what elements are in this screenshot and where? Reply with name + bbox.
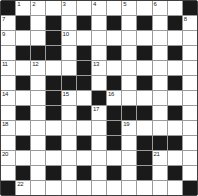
grid-cell-r12c5[interactable] bbox=[77, 181, 91, 195]
grid-cell-r2c6[interactable] bbox=[92, 31, 106, 45]
grid-cell-r2c5[interactable] bbox=[77, 31, 91, 45]
blocked-cell-r7c7 bbox=[107, 106, 121, 120]
grid-cell-r12c11[interactable] bbox=[168, 181, 182, 195]
grid-cell-r5c6[interactable] bbox=[92, 76, 106, 90]
grid-cell-r3c0[interactable] bbox=[1, 46, 15, 60]
grid-cell-r1c4[interactable] bbox=[62, 16, 76, 30]
blocked-cell-r3c2 bbox=[31, 46, 45, 60]
clue-number-21: 21 bbox=[154, 151, 160, 158]
blocked-cell-r8c7 bbox=[107, 121, 121, 135]
blocked-cell-r0c12 bbox=[183, 1, 197, 15]
clue-number-17: 17 bbox=[93, 106, 99, 113]
grid-cell-r8c1[interactable] bbox=[16, 121, 30, 135]
grid-cell-r8c8[interactable]: 19 bbox=[122, 121, 136, 135]
blocked-cell-r3c1 bbox=[16, 46, 30, 60]
grid-cell-r8c0[interactable]: 18 bbox=[1, 121, 15, 135]
blocked-cell-r1c3 bbox=[46, 16, 60, 30]
clue-number-8: 8 bbox=[184, 16, 187, 23]
grid-cell-r7c10[interactable] bbox=[153, 106, 167, 120]
grid-cell-r4c8[interactable] bbox=[122, 61, 136, 75]
grid-cell-r8c4[interactable] bbox=[62, 121, 76, 135]
blocked-cell-r9c11 bbox=[168, 136, 182, 150]
grid-cell-r11c12[interactable] bbox=[183, 166, 197, 180]
blocked-cell-r11c7 bbox=[107, 166, 121, 180]
blocked-cell-r1c5 bbox=[77, 16, 91, 30]
blocked-cell-r3c11 bbox=[168, 46, 182, 60]
grid-cell-r8c6[interactable] bbox=[92, 121, 106, 135]
blocked-cell-r5c4 bbox=[62, 76, 76, 90]
grid-cell-r6c2[interactable] bbox=[31, 91, 45, 105]
grid-cell-r7c2[interactable] bbox=[31, 106, 45, 120]
grid-cell-r12c9[interactable] bbox=[137, 181, 151, 195]
grid-cell-r10c10[interactable]: 21 bbox=[153, 151, 167, 165]
blocked-cell-r12c12 bbox=[183, 181, 197, 195]
blocked-cell-r5c9 bbox=[137, 76, 151, 90]
grid-cell-r2c10[interactable] bbox=[153, 31, 167, 45]
grid-cell-r5c12[interactable] bbox=[183, 76, 197, 90]
grid-cell-r8c3[interactable] bbox=[46, 121, 60, 135]
blocked-cell-r1c1 bbox=[16, 16, 30, 30]
grid-cell-r9c0[interactable] bbox=[1, 136, 15, 150]
blocked-cell-r1c11 bbox=[168, 16, 182, 30]
blocked-cell-r7c3 bbox=[46, 106, 60, 120]
grid-cell-r10c4[interactable] bbox=[62, 151, 76, 165]
clue-number-9: 9 bbox=[2, 31, 5, 38]
grid-cell-r10c8[interactable] bbox=[122, 151, 136, 165]
grid-cell-r6c11[interactable] bbox=[168, 91, 182, 105]
grid-cell-r0c7[interactable] bbox=[107, 1, 121, 15]
grid-cell-r9c12[interactable] bbox=[183, 136, 197, 150]
clue-number-20: 20 bbox=[2, 151, 8, 158]
clue-number-16: 16 bbox=[108, 91, 114, 98]
clue-number-2: 2 bbox=[32, 1, 35, 8]
blocked-cell-r7c11 bbox=[168, 106, 182, 120]
grid-cell-r0c9[interactable] bbox=[137, 1, 151, 15]
blocked-cell-r7c9 bbox=[137, 106, 151, 120]
grid-cell-r4c10[interactable] bbox=[153, 61, 167, 75]
clue-number-4: 4 bbox=[93, 1, 96, 8]
grid-cell-r0c5[interactable] bbox=[77, 1, 91, 15]
grid-cell-r7c4[interactable] bbox=[62, 106, 76, 120]
grid-cell-r2c11[interactable] bbox=[168, 31, 182, 45]
grid-cell-r3c8[interactable] bbox=[122, 46, 136, 60]
crossword-grid: 12345678910111213141516171819202122 bbox=[0, 0, 198, 196]
grid-cell-r6c8[interactable] bbox=[122, 91, 136, 105]
blocked-cell-r1c9 bbox=[137, 16, 151, 30]
blocked-cell-r5c3 bbox=[46, 76, 60, 90]
blocked-cell-r5c5 bbox=[77, 76, 91, 90]
grid-cell-r6c7[interactable]: 16 bbox=[107, 91, 121, 105]
grid-cell-r5c8[interactable] bbox=[122, 76, 136, 90]
grid-cell-r3c6[interactable] bbox=[92, 46, 106, 60]
grid-cell-r10c2[interactable] bbox=[31, 151, 45, 165]
grid-cell-r5c10[interactable] bbox=[153, 76, 167, 90]
clue-number-15: 15 bbox=[63, 91, 69, 98]
blocked-cell-r7c5 bbox=[77, 106, 91, 120]
blocked-cell-r5c1 bbox=[16, 76, 30, 90]
grid-cell-r0c1[interactable]: 1 bbox=[16, 1, 30, 15]
grid-cell-r1c12[interactable]: 8 bbox=[183, 16, 197, 30]
grid-cell-r9c8[interactable] bbox=[122, 136, 136, 150]
grid-cell-r0c4[interactable]: 3 bbox=[62, 1, 76, 15]
clue-number-11: 11 bbox=[2, 61, 8, 68]
clue-number-6: 6 bbox=[154, 1, 157, 8]
blocked-cell-r9c9 bbox=[137, 136, 151, 150]
blocked-cell-r6c6 bbox=[92, 91, 106, 105]
blocked-cell-r10c9 bbox=[137, 151, 151, 165]
grid-cell-r9c4[interactable] bbox=[62, 136, 76, 150]
grid-cell-r8c5[interactable] bbox=[77, 121, 91, 135]
clue-number-5: 5 bbox=[123, 1, 126, 8]
grid-cell-r10c0[interactable]: 20 bbox=[1, 151, 15, 165]
grid-cell-r4c11[interactable] bbox=[168, 61, 182, 75]
grid-cell-r6c10[interactable] bbox=[153, 91, 167, 105]
grid-cell-r4c12[interactable] bbox=[183, 61, 197, 75]
grid-cell-r9c6[interactable] bbox=[92, 136, 106, 150]
blocked-cell-r2c3 bbox=[46, 31, 60, 45]
blocked-cell-r3c7 bbox=[107, 46, 121, 60]
grid-cell-r7c6[interactable]: 17 bbox=[92, 106, 106, 120]
grid-cell-r4c4[interactable] bbox=[62, 61, 76, 75]
grid-cell-r11c4[interactable] bbox=[62, 166, 76, 180]
grid-cell-r3c12[interactable] bbox=[183, 46, 197, 60]
grid-cell-r3c4[interactable] bbox=[62, 46, 76, 60]
grid-cell-r11c6[interactable] bbox=[92, 166, 106, 180]
grid-cell-r6c0[interactable]: 14 bbox=[1, 91, 15, 105]
grid-cell-r1c0[interactable]: 7 bbox=[1, 16, 15, 30]
grid-cell-r8c10[interactable] bbox=[153, 121, 167, 135]
blocked-cell-r1c7 bbox=[107, 16, 121, 30]
grid-cell-r6c12[interactable] bbox=[183, 91, 197, 105]
clue-number-14: 14 bbox=[2, 91, 8, 98]
blocked-cell-r11c9 bbox=[137, 166, 151, 180]
grid-cell-r11c2[interactable] bbox=[31, 166, 45, 180]
grid-cell-r1c10[interactable] bbox=[153, 16, 167, 30]
blocked-cell-r7c8 bbox=[122, 106, 136, 120]
grid-cell-r12c4[interactable] bbox=[62, 181, 76, 195]
grid-cell-r6c1[interactable] bbox=[16, 91, 30, 105]
grid-cell-r0c11[interactable] bbox=[168, 1, 182, 15]
grid-cell-r3c10[interactable] bbox=[153, 46, 167, 60]
grid-cell-r4c1[interactable] bbox=[16, 61, 30, 75]
grid-cell-r12c6[interactable] bbox=[92, 181, 106, 195]
grid-cell-r1c2[interactable] bbox=[31, 16, 45, 30]
grid-cell-r9c2[interactable] bbox=[31, 136, 45, 150]
grid-cell-r2c7[interactable] bbox=[107, 31, 121, 45]
grid-cell-r11c10[interactable] bbox=[153, 166, 167, 180]
blocked-cell-r11c1 bbox=[16, 166, 30, 180]
grid-cell-r12c1[interactable]: 22 bbox=[16, 181, 30, 195]
grid-cell-r7c0[interactable] bbox=[1, 106, 15, 120]
grid-cell-r0c2[interactable]: 2 bbox=[31, 1, 45, 15]
grid-cell-r4c3[interactable] bbox=[46, 61, 60, 75]
grid-cell-r0c8[interactable]: 5 bbox=[122, 1, 136, 15]
grid-cell-r0c10[interactable]: 6 bbox=[153, 1, 167, 15]
grid-cell-r2c4[interactable]: 10 bbox=[62, 31, 76, 45]
grid-cell-r2c0[interactable]: 9 bbox=[1, 31, 15, 45]
grid-cell-r2c1[interactable] bbox=[16, 31, 30, 45]
blocked-cell-r9c10 bbox=[153, 136, 167, 150]
grid-cell-r12c7[interactable] bbox=[107, 181, 121, 195]
grid-cell-r11c8[interactable] bbox=[122, 166, 136, 180]
grid-cell-r12c2[interactable] bbox=[31, 181, 45, 195]
blocked-cell-r7c1 bbox=[16, 106, 30, 120]
grid-cell-r0c3[interactable] bbox=[46, 1, 60, 15]
clue-number-12: 12 bbox=[32, 61, 38, 68]
grid-cell-r11c0[interactable] bbox=[1, 166, 15, 180]
blocked-cell-r11c3 bbox=[46, 166, 60, 180]
grid-cell-r10c6[interactable] bbox=[92, 151, 106, 165]
blocked-cell-r9c1 bbox=[16, 136, 30, 150]
grid-cell-r6c5[interactable] bbox=[77, 91, 91, 105]
grid-cell-r10c5[interactable] bbox=[77, 151, 91, 165]
grid-cell-r7c12[interactable] bbox=[183, 106, 197, 120]
blocked-cell-r5c11 bbox=[168, 76, 182, 90]
grid-cell-r1c6[interactable] bbox=[92, 16, 106, 30]
grid-cell-r4c7[interactable] bbox=[107, 61, 121, 75]
clue-number-1: 1 bbox=[17, 1, 20, 8]
clue-number-19: 19 bbox=[123, 121, 129, 128]
blocked-cell-r4c5 bbox=[77, 61, 91, 75]
grid-cell-r10c3[interactable] bbox=[46, 151, 60, 165]
blocked-cell-r11c11 bbox=[168, 166, 182, 180]
clue-number-22: 22 bbox=[17, 181, 23, 188]
grid-cell-r5c2[interactable] bbox=[31, 76, 45, 90]
blocked-cell-r6c3 bbox=[46, 91, 60, 105]
grid-cell-r12c8[interactable] bbox=[122, 181, 136, 195]
grid-cell-r12c10[interactable] bbox=[153, 181, 167, 195]
grid-cell-r4c2[interactable]: 12 bbox=[31, 61, 45, 75]
blocked-cell-r9c5 bbox=[77, 136, 91, 150]
clue-number-7: 7 bbox=[2, 16, 5, 23]
grid-cell-r5c0[interactable] bbox=[1, 76, 15, 90]
grid-cell-r2c2[interactable] bbox=[31, 31, 45, 45]
grid-cell-r6c9[interactable] bbox=[137, 91, 151, 105]
grid-cell-r10c12[interactable] bbox=[183, 151, 197, 165]
clue-number-10: 10 bbox=[63, 31, 69, 38]
grid-cell-r8c12[interactable] bbox=[183, 121, 197, 135]
blocked-cell-r3c3 bbox=[46, 46, 60, 60]
grid-cell-r10c11[interactable] bbox=[168, 151, 182, 165]
clue-number-18: 18 bbox=[2, 121, 8, 128]
blocked-cell-r9c3 bbox=[46, 136, 60, 150]
grid-cell-r0c6[interactable]: 4 bbox=[92, 1, 106, 15]
clue-number-13: 13 bbox=[93, 61, 99, 68]
blocked-cell-r11c5 bbox=[77, 166, 91, 180]
grid-cell-r8c11[interactable] bbox=[168, 121, 182, 135]
clue-number-3: 3 bbox=[63, 1, 66, 8]
grid-cell-r10c1[interactable] bbox=[16, 151, 30, 165]
grid-cell-r2c8[interactable] bbox=[122, 31, 136, 45]
blocked-cell-r3c9 bbox=[137, 46, 151, 60]
grid-cell-r4c9[interactable] bbox=[137, 61, 151, 75]
grid-cell-r2c9[interactable] bbox=[137, 31, 151, 45]
grid-cell-r4c6[interactable]: 13 bbox=[92, 61, 106, 75]
blocked-cell-r9c7 bbox=[107, 136, 121, 150]
grid-cell-r2c12[interactable] bbox=[183, 31, 197, 45]
grid-cell-r10c7[interactable] bbox=[107, 151, 121, 165]
grid-cell-r1c8[interactable] bbox=[122, 16, 136, 30]
grid-cell-r4c0[interactable]: 11 bbox=[1, 61, 15, 75]
grid-cell-r6c4[interactable]: 15 bbox=[62, 91, 76, 105]
blocked-cell-r5c7 bbox=[107, 76, 121, 90]
blocked-cell-r12c0 bbox=[1, 181, 15, 195]
grid-cell-r8c2[interactable] bbox=[31, 121, 45, 135]
grid-cell-r8c9[interactable] bbox=[137, 121, 151, 135]
grid-cell-r12c3[interactable] bbox=[46, 181, 60, 195]
blocked-cell-r3c5 bbox=[77, 46, 91, 60]
blocked-cell-r0c0 bbox=[1, 1, 15, 15]
